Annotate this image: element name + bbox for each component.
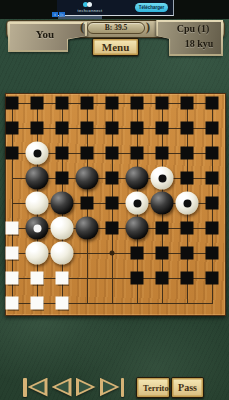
menu-button[interactable]: Menu bbox=[92, 38, 139, 56]
black-territory-marker[interactable] bbox=[156, 147, 169, 160]
ad-brand-icon bbox=[83, 2, 97, 7]
black-territory-marker[interactable] bbox=[131, 272, 144, 285]
black-territory-marker[interactable] bbox=[56, 172, 69, 185]
replay-nav bbox=[23, 377, 124, 397]
black-territory-marker[interactable] bbox=[181, 272, 194, 285]
territory-button[interactable]: Territory bbox=[136, 377, 170, 398]
player-plaque-you: You bbox=[8, 22, 87, 52]
black-territory-marker[interactable] bbox=[181, 222, 194, 235]
step-back-button[interactable] bbox=[52, 377, 72, 397]
black-stone[interactable] bbox=[26, 217, 49, 240]
black-stone[interactable] bbox=[26, 167, 49, 190]
black-territory-marker[interactable] bbox=[81, 122, 94, 135]
score-value: B: 39.5 bbox=[87, 22, 145, 34]
black-territory-marker[interactable] bbox=[6, 97, 19, 110]
score-display: ( B: 39.5 ) bbox=[80, 19, 150, 35]
black-stone[interactable] bbox=[76, 217, 99, 240]
black-territory-marker[interactable] bbox=[206, 197, 219, 210]
black-territory-marker[interactable] bbox=[181, 147, 194, 160]
go-to-start-button[interactable] bbox=[23, 377, 48, 397]
black-territory-marker[interactable] bbox=[106, 147, 119, 160]
dead-stone-mark bbox=[33, 224, 41, 232]
white-stone[interactable] bbox=[126, 192, 149, 215]
ad-download-button[interactable]: Télécharger bbox=[135, 3, 168, 12]
black-territory-marker[interactable] bbox=[206, 122, 219, 135]
white-stone[interactable] bbox=[26, 192, 49, 215]
black-territory-marker[interactable] bbox=[131, 247, 144, 260]
black-territory-marker[interactable] bbox=[181, 247, 194, 260]
black-territory-marker[interactable] bbox=[131, 122, 144, 135]
white-stone[interactable] bbox=[176, 192, 199, 215]
white-territory-marker[interactable] bbox=[6, 272, 19, 285]
black-territory-marker[interactable] bbox=[156, 97, 169, 110]
black-territory-marker[interactable] bbox=[206, 97, 219, 110]
black-territory-marker[interactable] bbox=[31, 122, 44, 135]
player-you-label: You bbox=[22, 28, 68, 40]
black-territory-marker[interactable] bbox=[156, 272, 169, 285]
go-to-end-button[interactable] bbox=[100, 377, 125, 397]
white-stone[interactable] bbox=[26, 242, 49, 265]
black-territory-marker[interactable] bbox=[56, 97, 69, 110]
black-territory-marker[interactable] bbox=[131, 97, 144, 110]
go-board-grid[interactable] bbox=[12, 103, 213, 304]
black-territory-marker[interactable] bbox=[156, 222, 169, 235]
black-territory-marker[interactable] bbox=[106, 97, 119, 110]
black-territory-marker[interactable] bbox=[56, 147, 69, 160]
black-territory-marker[interactable] bbox=[6, 147, 19, 160]
black-territory-marker[interactable] bbox=[31, 97, 44, 110]
black-territory-marker[interactable] bbox=[156, 247, 169, 260]
black-territory-marker[interactable] bbox=[181, 97, 194, 110]
step-forward-button[interactable] bbox=[76, 377, 96, 397]
white-territory-marker[interactable] bbox=[6, 247, 19, 260]
triangle-left-icon bbox=[28, 378, 48, 397]
black-territory-marker[interactable] bbox=[131, 147, 144, 160]
dead-stone-mark bbox=[183, 199, 191, 207]
black-territory-marker[interactable] bbox=[56, 122, 69, 135]
black-territory-marker[interactable] bbox=[206, 222, 219, 235]
player-plaque-cpu: Cpu (1) 18 kyu bbox=[152, 20, 223, 56]
white-territory-marker[interactable] bbox=[56, 272, 69, 285]
go-app-screen: techconnect Télécharger i ▷ You Cpu (1) … bbox=[0, 0, 229, 400]
white-territory-marker[interactable] bbox=[56, 297, 69, 310]
white-territory-marker[interactable] bbox=[6, 297, 19, 310]
black-territory-marker[interactable] bbox=[6, 122, 19, 135]
start-bar-icon bbox=[23, 378, 27, 397]
score-paren-right: ) bbox=[146, 19, 150, 35]
white-stone[interactable] bbox=[26, 142, 49, 165]
black-territory-marker[interactable] bbox=[106, 222, 119, 235]
star-point bbox=[110, 251, 115, 256]
score-paren-left: ( bbox=[80, 19, 84, 35]
black-stone[interactable] bbox=[126, 167, 149, 190]
dead-stone-mark bbox=[158, 174, 166, 182]
go-board[interactable] bbox=[5, 93, 226, 316]
white-territory-marker[interactable] bbox=[31, 297, 44, 310]
white-stone[interactable] bbox=[151, 167, 174, 190]
black-territory-marker[interactable] bbox=[81, 97, 94, 110]
black-territory-marker[interactable] bbox=[181, 122, 194, 135]
white-stone[interactable] bbox=[51, 217, 74, 240]
black-territory-marker[interactable] bbox=[206, 247, 219, 260]
white-territory-marker[interactable] bbox=[31, 272, 44, 285]
end-bar-icon bbox=[121, 378, 125, 397]
white-stone[interactable] bbox=[51, 242, 74, 265]
black-territory-marker[interactable] bbox=[181, 172, 194, 185]
black-territory-marker[interactable] bbox=[81, 197, 94, 210]
black-stone[interactable] bbox=[76, 167, 99, 190]
cpu-rank-label: 18 kyu bbox=[178, 38, 220, 49]
triangle-right-icon bbox=[100, 378, 120, 397]
black-stone[interactable] bbox=[51, 192, 74, 215]
black-territory-marker[interactable] bbox=[106, 122, 119, 135]
black-territory-marker[interactable] bbox=[206, 147, 219, 160]
player-cpu-label: Cpu (1) bbox=[170, 23, 216, 34]
triangle-left-icon bbox=[52, 378, 72, 397]
black-territory-marker[interactable] bbox=[106, 197, 119, 210]
black-territory-marker[interactable] bbox=[206, 172, 219, 185]
ad-banner[interactable]: techconnect Télécharger bbox=[57, 0, 174, 16]
black-stone[interactable] bbox=[151, 192, 174, 215]
black-stone[interactable] bbox=[126, 217, 149, 240]
pass-button[interactable]: Pass bbox=[171, 377, 204, 398]
dead-stone-mark bbox=[33, 149, 41, 157]
white-territory-marker[interactable] bbox=[6, 222, 19, 235]
triangle-right-icon bbox=[76, 378, 96, 397]
black-territory-marker[interactable] bbox=[156, 122, 169, 135]
dead-stone-mark bbox=[133, 199, 141, 207]
black-territory-marker[interactable] bbox=[206, 272, 219, 285]
black-territory-marker[interactable] bbox=[81, 147, 94, 160]
black-territory-marker[interactable] bbox=[106, 172, 119, 185]
ad-brand-name: techconnect bbox=[67, 8, 113, 13]
